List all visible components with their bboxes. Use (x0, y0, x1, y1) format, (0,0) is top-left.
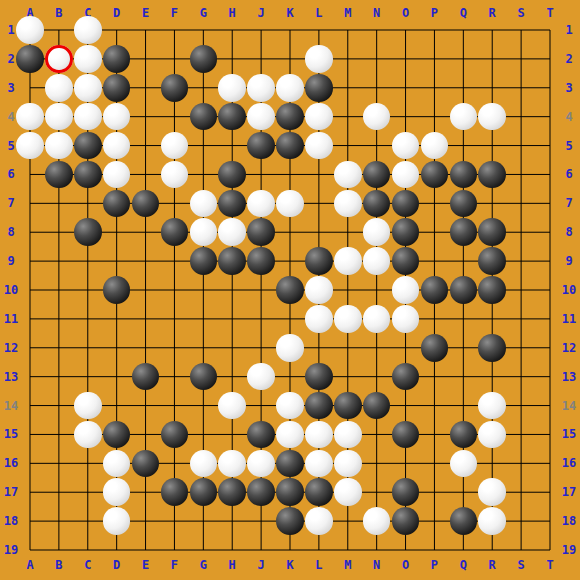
stone-white[interactable] (305, 450, 333, 478)
stone-black[interactable] (103, 74, 131, 102)
stone-white[interactable] (218, 74, 246, 102)
row-label-right: 14 (558, 399, 580, 413)
row-label-left: 11 (0, 312, 22, 326)
stone-black[interactable] (218, 103, 246, 131)
col-label-top: F (163, 6, 185, 20)
col-label-top: G (192, 6, 214, 20)
stone-white[interactable] (363, 305, 391, 333)
row-label-left: 19 (0, 543, 22, 557)
col-label-top: P (423, 6, 445, 20)
stone-white[interactable] (363, 247, 391, 275)
stone-black[interactable] (103, 45, 131, 73)
stone-white[interactable] (305, 132, 333, 160)
stone-black[interactable] (478, 161, 506, 189)
stone-white[interactable] (45, 74, 73, 102)
stone-white[interactable] (247, 74, 275, 102)
stone-white[interactable] (276, 74, 304, 102)
row-label-left: 9 (0, 254, 22, 268)
stone-black[interactable] (190, 103, 218, 131)
row-label-right: 18 (558, 514, 580, 528)
stone-white[interactable] (363, 507, 391, 535)
col-label-bottom: P (423, 558, 445, 572)
row-label-right: 8 (558, 225, 580, 239)
stone-black[interactable] (478, 218, 506, 246)
stone-white[interactable] (161, 161, 189, 189)
stone-white[interactable] (305, 507, 333, 535)
col-label-bottom: K (279, 558, 301, 572)
stone-white[interactable] (305, 45, 333, 73)
stone-black[interactable] (392, 247, 420, 275)
stone-black[interactable] (161, 218, 189, 246)
col-label-top: M (337, 6, 359, 20)
stone-black[interactable] (132, 190, 160, 218)
row-label-left: 17 (0, 485, 22, 499)
stone-black[interactable] (392, 190, 420, 218)
row-label-right: 6 (558, 167, 580, 181)
row-label-left: 13 (0, 370, 22, 384)
stone-black[interactable] (276, 276, 304, 304)
stone-white[interactable] (190, 450, 218, 478)
col-label-top: S (510, 6, 532, 20)
stone-black[interactable] (161, 74, 189, 102)
stone-white[interactable] (16, 16, 44, 44)
stone-black[interactable] (74, 218, 102, 246)
stone-white[interactable] (478, 421, 506, 449)
stone-white[interactable] (478, 478, 506, 506)
col-label-bottom: A (19, 558, 41, 572)
stone-white[interactable] (450, 103, 478, 131)
stone-black[interactable] (276, 103, 304, 131)
stone-white[interactable] (45, 45, 73, 73)
stone-black[interactable] (190, 45, 218, 73)
row-label-right: 3 (558, 81, 580, 95)
col-label-bottom: L (308, 558, 330, 572)
row-label-right: 17 (558, 485, 580, 499)
go-board[interactable]: AABBCCDDEEFFGGHHJJKKLLMMNNOOPPQQRRSSTT11… (0, 0, 580, 580)
stone-black[interactable] (450, 507, 478, 535)
row-label-left: 6 (0, 167, 22, 181)
stone-black[interactable] (363, 392, 391, 420)
stone-white[interactable] (103, 450, 131, 478)
row-label-right: 13 (558, 370, 580, 384)
stone-white[interactable] (218, 392, 246, 420)
stone-white[interactable] (161, 132, 189, 160)
stone-white[interactable] (334, 450, 362, 478)
col-label-top: J (250, 6, 272, 20)
stone-black[interactable] (276, 132, 304, 160)
stone-white[interactable] (305, 103, 333, 131)
col-label-bottom: Q (452, 558, 474, 572)
stone-black[interactable] (103, 190, 131, 218)
row-label-right: 2 (558, 52, 580, 66)
stone-white[interactable] (392, 305, 420, 333)
stone-black[interactable] (247, 421, 275, 449)
stone-white[interactable] (421, 132, 449, 160)
stone-black[interactable] (334, 392, 362, 420)
stone-white[interactable] (74, 392, 102, 420)
col-label-bottom: G (192, 558, 214, 572)
stone-white[interactable] (74, 103, 102, 131)
stone-white[interactable] (363, 218, 391, 246)
row-label-left: 12 (0, 341, 22, 355)
stone-white[interactable] (45, 132, 73, 160)
stone-white[interactable] (247, 450, 275, 478)
row-label-left: 10 (0, 283, 22, 297)
row-label-left: 18 (0, 514, 22, 528)
stone-black[interactable] (247, 478, 275, 506)
stone-black[interactable] (247, 218, 275, 246)
stone-black[interactable] (218, 161, 246, 189)
stone-black[interactable] (305, 478, 333, 506)
col-label-bottom: J (250, 558, 272, 572)
stone-white[interactable] (247, 103, 275, 131)
stone-black[interactable] (450, 218, 478, 246)
col-label-bottom: N (366, 558, 388, 572)
col-label-bottom: F (163, 558, 185, 572)
stone-white[interactable] (478, 103, 506, 131)
stone-white[interactable] (392, 132, 420, 160)
col-label-top: N (366, 6, 388, 20)
stone-white[interactable] (16, 103, 44, 131)
stone-black[interactable] (132, 450, 160, 478)
stone-white[interactable] (103, 132, 131, 160)
col-label-bottom: T (539, 558, 561, 572)
col-label-top: Q (452, 6, 474, 20)
col-label-bottom: D (106, 558, 128, 572)
stone-black[interactable] (247, 132, 275, 160)
row-label-left: 16 (0, 456, 22, 470)
stone-black[interactable] (305, 74, 333, 102)
col-label-top: B (48, 6, 70, 20)
stone-white[interactable] (392, 161, 420, 189)
col-label-bottom: R (481, 558, 503, 572)
row-label-right: 19 (558, 543, 580, 557)
stone-black[interactable] (74, 161, 102, 189)
stone-white[interactable] (276, 190, 304, 218)
stone-white[interactable] (363, 103, 391, 131)
stone-black[interactable] (218, 190, 246, 218)
stone-black[interactable] (363, 190, 391, 218)
stone-black[interactable] (305, 247, 333, 275)
stone-black[interactable] (421, 276, 449, 304)
stone-black[interactable] (103, 421, 131, 449)
stone-white[interactable] (190, 218, 218, 246)
col-label-top: E (135, 6, 157, 20)
row-label-right: 7 (558, 196, 580, 210)
row-label-right: 4 (558, 110, 580, 124)
row-label-right: 11 (558, 312, 580, 326)
stone-white[interactable] (247, 190, 275, 218)
col-label-top: L (308, 6, 330, 20)
stone-white[interactable] (392, 276, 420, 304)
stone-white[interactable] (276, 392, 304, 420)
stone-white[interactable] (218, 450, 246, 478)
col-label-top: H (221, 6, 243, 20)
stone-black[interactable] (190, 363, 218, 391)
stone-black[interactable] (190, 478, 218, 506)
stone-white[interactable] (334, 421, 362, 449)
stone-black[interactable] (392, 363, 420, 391)
col-label-bottom: H (221, 558, 243, 572)
stone-black[interactable] (45, 161, 73, 189)
stone-black[interactable] (276, 507, 304, 535)
stone-white[interactable] (450, 450, 478, 478)
stone-black[interactable] (161, 421, 189, 449)
stone-white[interactable] (190, 190, 218, 218)
stone-white[interactable] (305, 421, 333, 449)
row-label-right: 9 (558, 254, 580, 268)
stone-black[interactable] (392, 507, 420, 535)
stone-white[interactable] (247, 363, 275, 391)
stone-black[interactable] (276, 478, 304, 506)
stone-white[interactable] (305, 276, 333, 304)
row-label-left: 14 (0, 399, 22, 413)
stone-black[interactable] (74, 132, 102, 160)
stone-black[interactable] (218, 478, 246, 506)
stone-white[interactable] (334, 247, 362, 275)
stone-black[interactable] (450, 276, 478, 304)
stone-black[interactable] (421, 161, 449, 189)
stone-black[interactable] (161, 478, 189, 506)
stone-white[interactable] (334, 478, 362, 506)
stone-white[interactable] (334, 305, 362, 333)
stone-black[interactable] (421, 334, 449, 362)
stone-black[interactable] (363, 161, 391, 189)
col-label-top: R (481, 6, 503, 20)
row-label-left: 7 (0, 196, 22, 210)
col-label-bottom: E (135, 558, 157, 572)
stone-white[interactable] (103, 507, 131, 535)
col-label-bottom: S (510, 558, 532, 572)
stone-black[interactable] (392, 218, 420, 246)
stone-black[interactable] (392, 421, 420, 449)
row-label-right: 10 (558, 283, 580, 297)
stone-black[interactable] (450, 421, 478, 449)
row-label-left: 3 (0, 81, 22, 95)
row-label-right: 15 (558, 427, 580, 441)
stone-white[interactable] (74, 16, 102, 44)
stone-white[interactable] (45, 103, 73, 131)
col-label-bottom: C (77, 558, 99, 572)
stone-black[interactable] (132, 363, 160, 391)
row-label-right: 1 (558, 23, 580, 37)
stone-black[interactable] (392, 478, 420, 506)
stone-white[interactable] (103, 161, 131, 189)
stone-white[interactable] (478, 392, 506, 420)
row-label-right: 16 (558, 456, 580, 470)
stone-white[interactable] (74, 74, 102, 102)
stone-white[interactable] (334, 190, 362, 218)
row-label-left: 15 (0, 427, 22, 441)
stone-white[interactable] (305, 305, 333, 333)
stone-black[interactable] (247, 247, 275, 275)
col-label-top: O (395, 6, 417, 20)
row-label-left: 8 (0, 225, 22, 239)
col-label-top: T (539, 6, 561, 20)
col-label-bottom: B (48, 558, 70, 572)
stone-black[interactable] (478, 276, 506, 304)
col-label-top: K (279, 6, 301, 20)
stone-black[interactable] (190, 247, 218, 275)
stone-white[interactable] (276, 421, 304, 449)
row-label-right: 12 (558, 341, 580, 355)
stone-white[interactable] (276, 334, 304, 362)
row-label-right: 5 (558, 139, 580, 153)
stone-black[interactable] (478, 247, 506, 275)
stone-black[interactable] (218, 247, 246, 275)
stone-white[interactable] (218, 218, 246, 246)
stone-white[interactable] (478, 507, 506, 535)
stone-black[interactable] (450, 161, 478, 189)
stone-black[interactable] (478, 334, 506, 362)
stone-black[interactable] (305, 363, 333, 391)
stone-white[interactable] (74, 421, 102, 449)
stone-black[interactable] (276, 450, 304, 478)
stone-white[interactable] (103, 478, 131, 506)
stone-black[interactable] (305, 392, 333, 420)
stone-black[interactable] (16, 45, 44, 73)
stone-white[interactable] (334, 161, 362, 189)
stone-black[interactable] (103, 276, 131, 304)
stone-white[interactable] (103, 103, 131, 131)
col-label-bottom: O (395, 558, 417, 572)
stone-white[interactable] (16, 132, 44, 160)
stone-black[interactable] (450, 190, 478, 218)
col-label-bottom: M (337, 558, 359, 572)
col-label-top: D (106, 6, 128, 20)
stone-white[interactable] (74, 45, 102, 73)
